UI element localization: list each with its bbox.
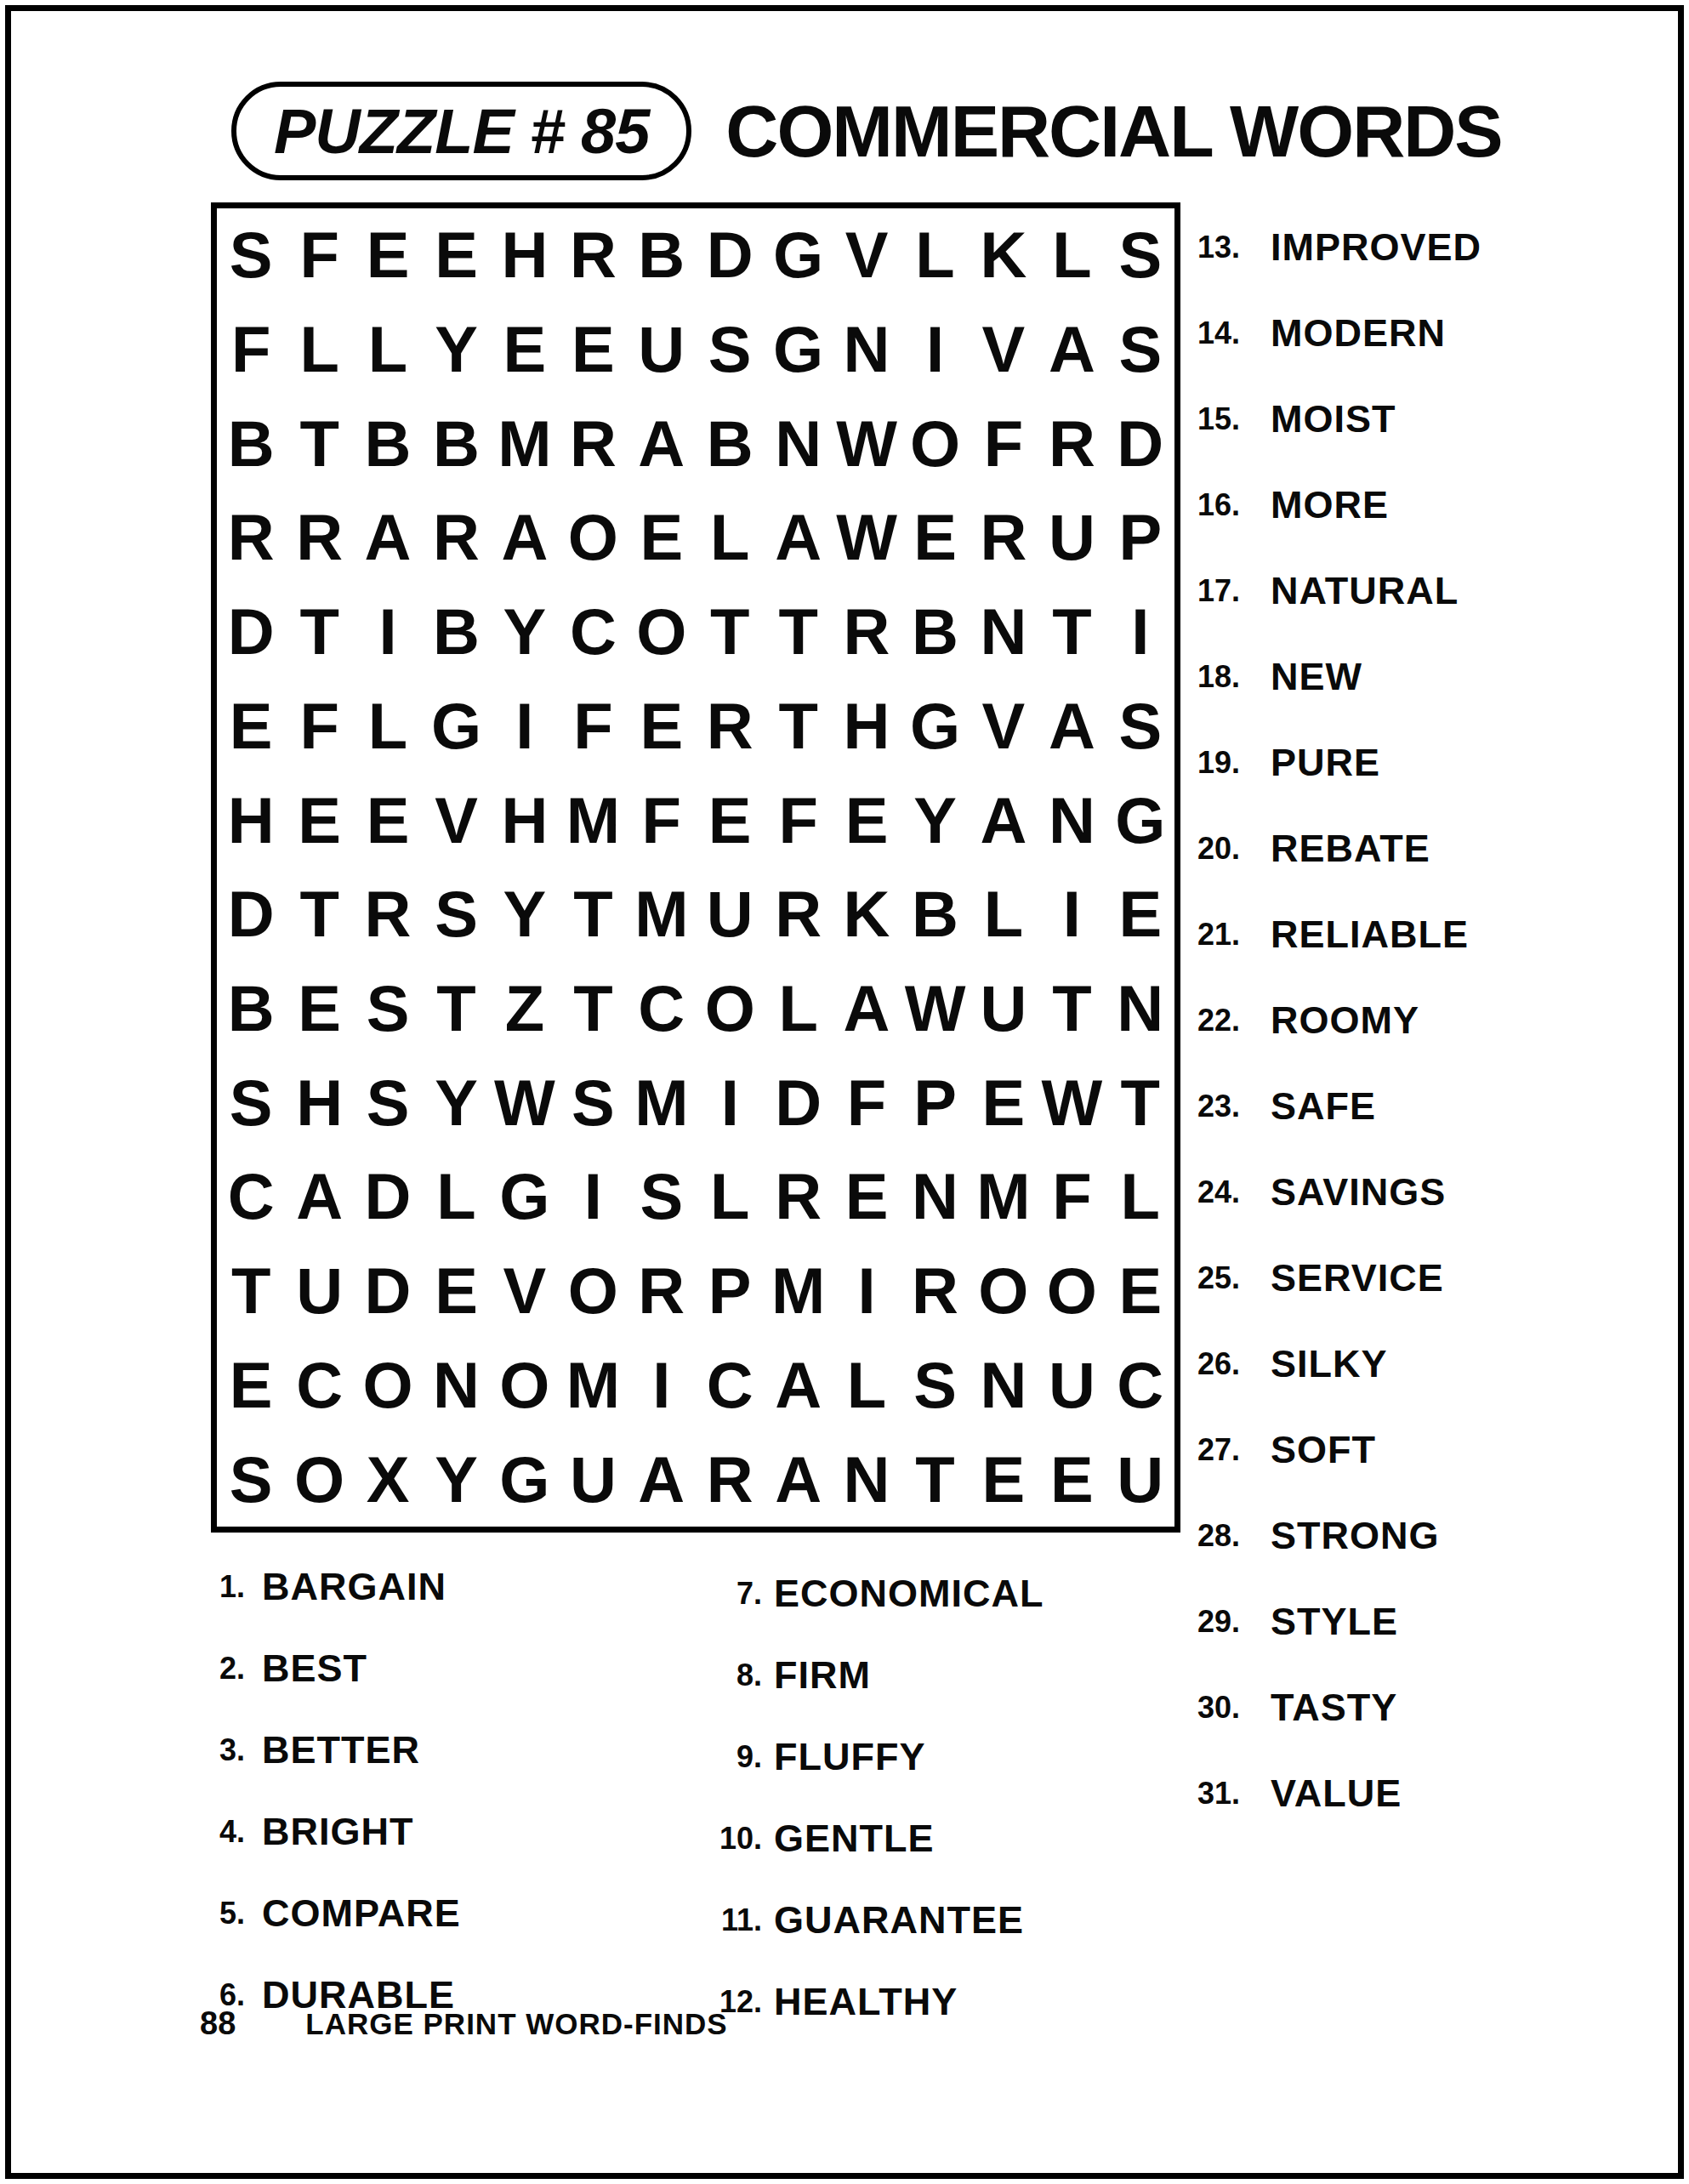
puzzle-title: COMMERCIAL WORDS [725,89,1501,173]
word-list-item[interactable]: 7.ECONOMICAL [708,1553,1044,1635]
grid-cell[interactable]: B [901,867,969,962]
word-label: STYLE [1271,1600,1398,1644]
grid-cell[interactable]: E [1106,867,1174,962]
grid-cell[interactable]: N [970,585,1038,680]
grid-cell[interactable]: F [833,1055,901,1150]
grid-cell[interactable]: S [628,1150,696,1244]
grid-cell[interactable]: D [1106,396,1174,491]
grid-cell[interactable]: E [285,962,353,1056]
grid-cell[interactable]: Y [901,773,969,867]
grid-cell[interactable]: T [1038,585,1106,680]
word-label: ROOMY [1271,998,1419,1043]
word-label: TASTY [1271,1686,1397,1730]
grid-cell[interactable]: E [970,1432,1038,1527]
word-number: 10. [708,1821,762,1857]
grid-cell[interactable]: N [833,1432,901,1527]
grid-cell[interactable]: O [491,1339,559,1433]
word-list-item[interactable]: 3.BETTER [219,1709,461,1791]
title-row: PUZZLE # 85 COMMERCIAL WORDS [231,82,1502,180]
grid-cell[interactable]: E [285,773,353,867]
grid-cell[interactable]: E [217,680,285,774]
word-list-item[interactable]: 21.RELIABLE [1197,891,1481,977]
grid-cell[interactable]: R [628,1244,696,1339]
grid-cell[interactable]: O [559,1244,627,1339]
grid-cell[interactable]: A [285,1150,353,1244]
grid-cell[interactable]: L [696,1150,764,1244]
grid-cell[interactable]: U [970,962,1038,1056]
grid-cell[interactable]: I [1038,867,1106,962]
grid-cell[interactable]: G [1106,773,1174,867]
grid-cell[interactable]: N [1038,773,1106,867]
word-list-bottom-middle: 7.ECONOMICAL8.FIRM9.FLUFFY10.GENTLE11.GU… [708,1553,1044,2043]
word-number: 18. [1197,659,1252,695]
word-label: GENTLE [774,1817,935,1861]
grid-cell[interactable]: R [1038,396,1106,491]
grid-cell[interactable]: I [1106,585,1174,680]
grid-cell[interactable]: R [559,208,627,303]
grid-cell[interactable]: D [696,208,764,303]
grid-cell[interactable]: F [764,773,832,867]
grid-cell[interactable]: T [285,585,353,680]
grid-cell[interactable]: D [764,1055,832,1150]
grid-cell[interactable]: S [1106,680,1174,774]
grid-cell[interactable]: L [354,680,422,774]
word-list-item[interactable]: 14.MODERN [1197,290,1481,376]
grid-cell[interactable]: T [696,585,764,680]
word-list-item[interactable]: 18.NEW [1197,634,1481,719]
grid-cell[interactable]: E [696,773,764,867]
grid-cell[interactable]: B [696,396,764,491]
grid-cell[interactable]: L [354,303,422,397]
grid-cell[interactable]: U [1106,1432,1174,1527]
grid-cell[interactable]: U [285,1244,353,1339]
page-footer: 88 LARGE PRINT WORD-FINDS [200,2005,728,2042]
grid-cell[interactable]: G [491,1150,559,1244]
grid-cell[interactable]: I [559,1150,627,1244]
word-label: NATURAL [1271,569,1459,613]
grid-cell[interactable]: T [764,585,832,680]
grid-cell[interactable]: A [354,491,422,585]
word-list-item[interactable]: 4.BRIGHT [219,1791,461,1873]
grid-cell[interactable]: B [901,585,969,680]
grid-cell[interactable]: V [970,303,1038,397]
grid-cell[interactable]: A [833,962,901,1056]
grid-cell[interactable]: A [764,1432,832,1527]
word-label: MORE [1271,483,1389,527]
grid-cell[interactable]: B [422,585,490,680]
grid-cell[interactable]: G [901,680,969,774]
grid-cell[interactable]: V [970,680,1038,774]
grid-cell[interactable]: S [217,208,285,303]
word-list-item[interactable]: 11.GUARANTEE [708,1880,1044,1961]
word-list-item[interactable]: 8.FIRM [708,1635,1044,1716]
word-number: 29. [1197,1604,1252,1640]
word-number: 14. [1197,316,1252,351]
word-list-item[interactable]: 20.REBATE [1197,805,1481,891]
grid-cell[interactable]: B [354,396,422,491]
word-label: MOIST [1271,397,1396,441]
grid-cell[interactable]: E [1106,1244,1174,1339]
word-label: SILKY [1271,1342,1388,1386]
grid-cell[interactable]: R [217,491,285,585]
grid-cell[interactable]: A [628,396,696,491]
grid-cell[interactable]: M [628,867,696,962]
grid-cell[interactable]: L [764,962,832,1056]
word-number: 5. [219,1896,250,1931]
word-label: PURE [1271,741,1380,785]
grid-cell[interactable]: O [901,396,969,491]
grid-cell[interactable]: V [833,208,901,303]
grid-cell[interactable]: O [1038,1244,1106,1339]
word-number: 30. [1197,1690,1252,1726]
word-list-item[interactable]: 12.HEALTHY [708,1961,1044,2043]
word-label: ECONOMICAL [774,1572,1044,1616]
grid-cell[interactable]: H [285,1055,353,1150]
word-label: BETTER [262,1728,420,1772]
grid-cell[interactable]: S [217,1432,285,1527]
word-list-item[interactable]: 26.SILKY [1197,1321,1481,1407]
word-number: 27. [1197,1432,1252,1468]
grid-cell[interactable]: M [628,1055,696,1150]
grid-cell[interactable]: T [422,962,490,1056]
grid-cell[interactable]: L [285,303,353,397]
word-label: MODERN [1271,311,1446,355]
grid-cell[interactable]: I [354,585,422,680]
grid-cell[interactable]: T [285,396,353,491]
word-list-item[interactable]: 31.VALUE [1197,1750,1481,1836]
word-label: REBATE [1271,827,1430,871]
grid-cell[interactable]: C [628,962,696,1056]
word-list-item[interactable]: 24.SAVINGS [1197,1149,1481,1235]
grid-cell[interactable]: H [833,680,901,774]
word-label: IMPROVED [1271,225,1481,270]
grid-cell[interactable]: E [422,1244,490,1339]
grid-cell[interactable]: R [559,396,627,491]
grid-cell[interactable]: S [217,1055,285,1150]
grid-cell[interactable]: U [1038,1339,1106,1433]
grid-cell[interactable]: S [1106,208,1174,303]
word-label: STRONG [1271,1514,1440,1558]
grid-cell[interactable]: F [970,396,1038,491]
grid-cell[interactable]: M [764,1244,832,1339]
word-label: SERVICE [1271,1256,1444,1300]
grid-cell[interactable]: E [901,491,969,585]
grid-cell[interactable]: P [901,1055,969,1150]
word-list-bottom-left: 1.BARGAIN2.BEST3.BETTER4.BRIGHT5.COMPARE… [219,1546,461,2036]
grid-cell[interactable]: D [354,1244,422,1339]
grid-cell[interactable]: L [833,1339,901,1433]
grid-cell[interactable]: D [217,867,285,962]
grid-cell[interactable]: L [901,208,969,303]
word-number: 9. [708,1739,762,1775]
puzzle-number-badge: PUZZLE # 85 [231,82,691,180]
word-number: 24. [1197,1174,1252,1210]
word-label: FIRM [774,1653,871,1698]
grid-cell[interactable]: B [628,208,696,303]
word-label: FLUFFY [774,1735,925,1779]
word-label: COMPARE [262,1891,461,1936]
grid-cell[interactable]: W [833,396,901,491]
word-number: 19. [1197,745,1252,781]
grid-cell[interactable]: S [1106,303,1174,397]
grid-cell[interactable]: N [833,303,901,397]
grid-cell[interactable]: U [696,867,764,962]
word-list-right: 13.IMPROVED14.MODERN15.MOIST16.MORE17.NA… [1197,204,1481,1836]
grid-cell[interactable]: F [285,208,353,303]
grid-cell[interactable]: I [696,1055,764,1150]
grid-cell[interactable]: N [764,396,832,491]
grid-cell[interactable]: D [217,585,285,680]
word-label: RELIABLE [1271,913,1469,957]
grid-cell[interactable]: F [285,680,353,774]
grid-cell[interactable]: V [491,1244,559,1339]
word-list-item[interactable]: 16.MORE [1197,462,1481,548]
grid-cell[interactable]: U [559,1432,627,1527]
grid-cell[interactable]: W [491,1055,559,1150]
word-list-item[interactable]: 13.IMPROVED [1197,204,1481,290]
word-number: 17. [1197,573,1252,609]
word-label: NEW [1271,655,1362,699]
word-number: 15. [1197,401,1252,437]
grid-cell[interactable]: S [354,1055,422,1150]
grid-cell[interactable]: P [1106,491,1174,585]
grid-cell[interactable]: N [901,1150,969,1244]
grid-cell[interactable]: Y [422,1432,490,1527]
grid-cell[interactable]: K [970,208,1038,303]
grid-cell[interactable]: T [285,867,353,962]
word-label: VALUE [1271,1772,1402,1816]
grid-cell[interactable]: A [970,773,1038,867]
grid-cell[interactable]: O [285,1432,353,1527]
grid-cell[interactable]: N [1106,962,1174,1056]
grid-cell[interactable]: R [422,491,490,585]
grid-cell[interactable]: M [491,396,559,491]
grid-cell[interactable]: I [628,1339,696,1433]
grid-cell[interactable]: Y [422,303,490,397]
grid-cell[interactable]: F [628,773,696,867]
grid-cell[interactable]: H [491,208,559,303]
grid-cell[interactable]: R [764,1150,832,1244]
grid-cell[interactable]: B [422,396,490,491]
grid-cell[interactable]: K [833,867,901,962]
word-label: HEALTHY [774,1980,958,2024]
grid-cell[interactable]: F [1038,1150,1106,1244]
grid-cell[interactable]: U [628,303,696,397]
grid-cell[interactable]: S [696,303,764,397]
grid-cell[interactable]: N [970,1339,1038,1433]
grid-cell[interactable]: L [970,867,1038,962]
grid-cell[interactable]: O [970,1244,1038,1339]
word-number: 20. [1197,831,1252,867]
puzzle-page: PUZZLE # 85 COMMERCIAL WORDS SFEEHRBDGVL… [0,0,1689,2184]
grid-cell[interactable]: I [901,303,969,397]
word-list-item[interactable]: 1.BARGAIN [219,1546,461,1628]
grid-cell[interactable]: T [1038,962,1106,1056]
word-list-item[interactable]: 10.GENTLE [708,1798,1044,1880]
word-list-item[interactable]: 15.MOIST [1197,376,1481,462]
grid-cell[interactable]: W [901,962,969,1056]
word-label: SOFT [1271,1428,1376,1472]
word-list-item[interactable]: 19.PURE [1197,719,1481,805]
word-list-item[interactable]: 17.NATURAL [1197,548,1481,634]
grid-cell[interactable]: E [491,303,559,397]
grid-cell[interactable]: E [970,1055,1038,1150]
grid-cell[interactable]: T [764,680,832,774]
word-list-item[interactable]: 5.COMPARE [219,1873,461,1954]
grid-cell[interactable]: R [696,1432,764,1527]
word-list-item[interactable]: 28.STRONG [1197,1493,1481,1578]
grid-cell[interactable]: G [764,303,832,397]
grid-cell[interactable]: E [354,773,422,867]
word-number: 26. [1197,1346,1252,1382]
grid-cell[interactable]: C [217,1150,285,1244]
grid-cell[interactable]: H [217,773,285,867]
grid-cell[interactable]: M [970,1150,1038,1244]
grid-cell[interactable]: Y [491,867,559,962]
grid-cell[interactable]: S [422,867,490,962]
grid-cell[interactable]: T [1106,1055,1174,1150]
grid-cell[interactable]: R [764,867,832,962]
grid-cell[interactable]: L [696,491,764,585]
grid-cell[interactable]: T [559,962,627,1056]
grid-cell[interactable]: E [559,303,627,397]
grid-cell[interactable]: F [559,680,627,774]
grid-cell[interactable]: A [764,491,832,585]
word-number: 21. [1197,917,1252,953]
page-number: 88 [200,2005,236,2042]
word-label: BEST [262,1647,367,1691]
grid-cell[interactable]: L [422,1150,490,1244]
grid-cell[interactable]: G [491,1432,559,1527]
grid-cell[interactable]: A [1038,680,1106,774]
grid-cell[interactable]: T [217,1244,285,1339]
word-label: SAVINGS [1271,1170,1446,1214]
grid-cell[interactable]: R [696,680,764,774]
grid-cell[interactable]: U [1038,491,1106,585]
word-number: 2. [219,1651,250,1686]
grid-cell[interactable]: M [559,1339,627,1433]
grid-cell[interactable]: A [628,1432,696,1527]
word-label: BRIGHT [262,1810,414,1854]
grid-cell[interactable]: A [764,1339,832,1433]
word-number: 28. [1197,1518,1252,1554]
grid-cell[interactable]: X [354,1432,422,1527]
grid-cell[interactable]: I [491,680,559,774]
word-number: 16. [1197,487,1252,523]
grid-cell[interactable]: S [559,1055,627,1150]
grid-cell[interactable]: E [422,208,490,303]
puzzle-number: PUZZLE # 85 [274,95,649,168]
grid-cell[interactable]: W [1038,1055,1106,1150]
grid-cell[interactable]: V [422,773,490,867]
word-number: 3. [219,1732,250,1768]
grid-cell[interactable]: E [628,680,696,774]
word-search-grid: SFEEHRBDGVLKLSFLLYEEUSGNIVASBTBBMRABNWOF… [211,202,1180,1533]
grid-cell[interactable]: G [422,680,490,774]
grid-cell[interactable]: O [696,962,764,1056]
grid-cell[interactable]: R [354,867,422,962]
grid-cell[interactable]: O [628,585,696,680]
word-number: 4. [219,1814,250,1850]
grid-cell[interactable]: A [1038,303,1106,397]
grid-cell[interactable]: L [1038,208,1106,303]
grid-cell[interactable]: G [764,208,832,303]
word-number: 8. [708,1658,762,1693]
word-list-item[interactable]: 25.SERVICE [1197,1235,1481,1321]
grid-cell[interactable]: B [217,962,285,1056]
grid-cell[interactable]: A [491,491,559,585]
grid-cell[interactable]: E [628,491,696,585]
word-number: 25. [1197,1260,1252,1296]
word-number: 22. [1197,1003,1252,1038]
word-list-item[interactable]: 2.BEST [219,1628,461,1709]
word-number: 23. [1197,1089,1252,1124]
word-number: 1. [219,1569,250,1605]
grid-cell[interactable]: C [285,1339,353,1433]
grid-cell[interactable]: D [354,1150,422,1244]
grid-cell[interactable]: P [696,1244,764,1339]
grid-cell[interactable]: R [285,491,353,585]
word-number: 11. [708,1902,762,1938]
grid-cell[interactable]: E [217,1339,285,1433]
grid-cell[interactable]: R [833,585,901,680]
grid-cell[interactable]: B [217,396,285,491]
grid-cell[interactable]: H [491,773,559,867]
word-number: 13. [1197,230,1252,265]
word-list-item[interactable]: 27.SOFT [1197,1407,1481,1493]
grid-cell[interactable]: E [833,1150,901,1244]
grid-cell[interactable]: T [559,867,627,962]
grid-cell[interactable]: S [901,1339,969,1433]
grid-cell[interactable]: Y [422,1055,490,1150]
grid-cell[interactable]: R [901,1244,969,1339]
word-label: SAFE [1271,1084,1376,1129]
grid-cell[interactable]: C [696,1339,764,1433]
grid-cell[interactable]: E [833,773,901,867]
grid-cell[interactable]: E [354,208,422,303]
word-list-item[interactable]: 29.STYLE [1197,1578,1481,1664]
grid-cell[interactable]: E [1038,1432,1106,1527]
word-list-item[interactable]: 23.SAFE [1197,1063,1481,1149]
word-list-item[interactable]: 9.FLUFFY [708,1716,1044,1798]
grid-cell[interactable]: L [1106,1150,1174,1244]
grid-cell[interactable]: S [354,962,422,1056]
grid-cell[interactable]: I [833,1244,901,1339]
grid-cell[interactable]: O [559,491,627,585]
grid-cell[interactable]: C [559,585,627,680]
word-label: BARGAIN [262,1565,446,1609]
word-list-item[interactable]: 22.ROOMY [1197,977,1481,1063]
grid-cell[interactable]: M [559,773,627,867]
word-list-item[interactable]: 30.TASTY [1197,1664,1481,1750]
word-number: 31. [1197,1776,1252,1811]
grid-cell[interactable]: Y [491,585,559,680]
grid-cell[interactable]: F [217,303,285,397]
grid-cell[interactable]: W [833,491,901,585]
word-label: GUARANTEE [774,1898,1024,1942]
grid-cell[interactable]: T [901,1432,969,1527]
grid-cell[interactable]: R [970,491,1038,585]
grid-cell[interactable]: C [1106,1339,1174,1433]
grid-cell[interactable]: O [354,1339,422,1433]
word-number: 7. [708,1576,762,1612]
grid-cell[interactable]: N [422,1339,490,1433]
book-title: LARGE PRINT WORD-FINDS [305,2007,727,2041]
grid-cell[interactable]: Z [491,962,559,1056]
